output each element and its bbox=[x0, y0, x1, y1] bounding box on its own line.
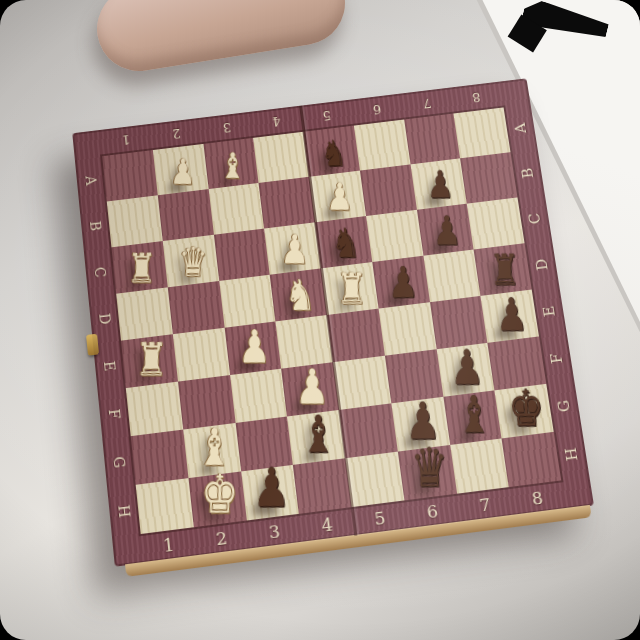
square-f3[interactable] bbox=[230, 369, 288, 423]
square-b2[interactable] bbox=[158, 189, 214, 241]
white-rook-e1[interactable]: ♜ bbox=[135, 337, 168, 383]
black-king-g8[interactable]: ♚ bbox=[508, 383, 545, 434]
square-c3[interactable] bbox=[213, 229, 269, 281]
square-b8[interactable] bbox=[460, 152, 517, 203]
square-b3[interactable] bbox=[208, 183, 264, 235]
square-e6[interactable] bbox=[378, 302, 436, 355]
white-pawn-e3[interactable]: ♟ bbox=[239, 325, 271, 371]
square-g1[interactable] bbox=[131, 430, 189, 485]
white-rook-c1[interactable]: ♜ bbox=[127, 248, 157, 288]
square-a5[interactable]: ♞ bbox=[303, 126, 359, 177]
square-b4[interactable] bbox=[259, 177, 315, 229]
square-b5[interactable]: ♟ bbox=[309, 171, 366, 223]
chess-board-wrap: 12345678 12345678 ABCDEFGH ABCDEFGH ♟♝♞♟… bbox=[72, 78, 594, 566]
black-pawn-d6[interactable]: ♟ bbox=[387, 261, 418, 304]
square-d4[interactable]: ♞ bbox=[270, 268, 327, 321]
square-c2[interactable]: ♛ bbox=[162, 235, 218, 288]
square-a3[interactable]: ♝ bbox=[203, 138, 259, 189]
square-g8[interactable]: ♚ bbox=[495, 384, 554, 439]
black-rook-d8[interactable]: ♜ bbox=[489, 248, 520, 291]
white-pawn-c4[interactable]: ♟ bbox=[280, 229, 309, 269]
square-h1[interactable] bbox=[136, 478, 194, 534]
square-e5[interactable] bbox=[327, 309, 385, 363]
square-b7[interactable]: ♟ bbox=[410, 158, 467, 210]
square-c1[interactable]: ♜ bbox=[111, 241, 167, 294]
square-b1[interactable] bbox=[107, 195, 163, 247]
square-d2[interactable] bbox=[168, 281, 225, 334]
black-pawn-h3[interactable]: ♟ bbox=[253, 462, 291, 516]
white-rook-d5[interactable]: ♜ bbox=[336, 267, 367, 310]
white-king-h2[interactable]: ♚ bbox=[200, 468, 238, 522]
square-b6[interactable] bbox=[360, 164, 417, 216]
square-a1[interactable] bbox=[102, 150, 157, 201]
white-knight-d4[interactable]: ♞ bbox=[285, 274, 316, 317]
square-a8[interactable] bbox=[454, 107, 511, 158]
photo-scene: 12345678 12345678 ABCDEFGH ABCDEFGH ♟♝♞♟… bbox=[0, 0, 640, 640]
white-pawn-a2[interactable]: ♟ bbox=[169, 155, 195, 190]
square-a4[interactable] bbox=[253, 132, 309, 183]
board-grid: ♟♝♞♟♟♜♛♟♞♟♞♜♟♜♜♟♟♟♟♝♝♟♝♚♚♟♛ bbox=[102, 107, 561, 534]
square-h3[interactable]: ♟ bbox=[241, 465, 299, 521]
square-d5[interactable]: ♜ bbox=[321, 262, 378, 315]
white-bishop-a3[interactable]: ♝ bbox=[220, 149, 246, 184]
square-h7[interactable] bbox=[450, 438, 509, 493]
black-pawn-c7[interactable]: ♟ bbox=[433, 211, 462, 251]
square-d7[interactable] bbox=[423, 249, 481, 302]
square-g7[interactable]: ♝ bbox=[443, 390, 502, 445]
black-pawn-e8[interactable]: ♟ bbox=[495, 293, 528, 338]
black-knight-c5[interactable]: ♞ bbox=[331, 223, 360, 263]
square-e3[interactable]: ♟ bbox=[224, 321, 281, 375]
chess-board: 12345678 12345678 ABCDEFGH ABCDEFGH ♟♝♞♟… bbox=[72, 78, 594, 566]
square-h5[interactable] bbox=[345, 452, 404, 508]
square-e2[interactable] bbox=[173, 328, 230, 382]
black-bishop-g7[interactable]: ♝ bbox=[456, 389, 493, 440]
black-queen-h6[interactable]: ♛ bbox=[410, 442, 448, 496]
white-pawn-b5[interactable]: ♟ bbox=[326, 180, 353, 218]
square-e1[interactable]: ♜ bbox=[121, 334, 178, 388]
square-c5[interactable]: ♞ bbox=[315, 216, 372, 268]
square-a6[interactable] bbox=[354, 120, 410, 171]
square-c7[interactable]: ♟ bbox=[416, 204, 473, 256]
square-c8[interactable] bbox=[467, 197, 525, 249]
black-pawn-b7[interactable]: ♟ bbox=[427, 167, 455, 205]
square-f5[interactable] bbox=[333, 356, 391, 410]
square-g4[interactable]: ♝ bbox=[287, 410, 345, 465]
square-h6[interactable]: ♛ bbox=[398, 445, 457, 500]
square-c4[interactable]: ♟ bbox=[264, 222, 321, 274]
black-bishop-g4[interactable]: ♝ bbox=[300, 409, 336, 460]
white-queen-c2[interactable]: ♛ bbox=[178, 242, 207, 282]
square-h8[interactable] bbox=[502, 432, 561, 487]
square-f1[interactable] bbox=[126, 382, 183, 437]
brass-hinge bbox=[86, 334, 99, 356]
black-knight-a5[interactable]: ♞ bbox=[321, 137, 347, 172]
square-h2[interactable]: ♚ bbox=[188, 471, 246, 527]
square-h4[interactable] bbox=[293, 458, 352, 514]
square-g5[interactable] bbox=[339, 403, 397, 458]
square-c6[interactable] bbox=[366, 210, 423, 262]
square-e8[interactable]: ♟ bbox=[481, 290, 539, 343]
square-a7[interactable] bbox=[404, 113, 461, 164]
square-d6[interactable]: ♟ bbox=[372, 256, 429, 309]
square-a2[interactable]: ♟ bbox=[153, 144, 209, 195]
